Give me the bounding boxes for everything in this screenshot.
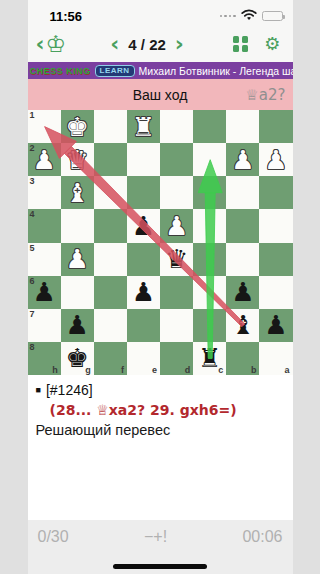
file-label-b: b — [251, 365, 257, 375]
prompt-bar: Ваш ход ♕a2? — [28, 79, 293, 110]
learn-badge: LEARN — [95, 65, 135, 77]
rank-label-2: 2 — [30, 143, 35, 153]
annotation-area: ■ [#1246] (28... ♕xa2? 29. gxh6=) Решающ… — [28, 375, 293, 520]
status-icons — [220, 7, 283, 25]
status-bar: 11:56 — [28, 0, 293, 28]
square-h8[interactable]: 8h — [28, 342, 61, 375]
timer: 00:06 — [242, 528, 282, 546]
clock: 11:56 — [50, 9, 83, 24]
board-area: 1♚♜♟2♛♟♟3♝4♟♟5♟♛♟6♟♟7♟♝♟8h♚gfed♜cba — [28, 110, 293, 375]
square-c8[interactable]: ♜c — [193, 342, 226, 375]
nav-bar: ‹ ♔ ‹ 4 / 22 › ⚙ — [28, 28, 293, 62]
chess-board: 1♚♜♟2♛♟♟3♝4♟♟5♟♛♟6♟♟7♟♝♟8h♚gfed♜cba — [28, 110, 293, 375]
bullet-icon: ■ — [36, 385, 41, 395]
piece-black-p-h6: ♟ — [32, 279, 55, 305]
rank-label-6: 6 — [30, 276, 35, 286]
chess-king-logo-icon: ♔ — [46, 33, 67, 56]
square-b7[interactable]: ♝ — [226, 309, 259, 342]
piece-black-p-g7: ♟ — [66, 312, 89, 338]
back-chevron-icon: ‹ — [36, 33, 45, 55]
square-g7[interactable]: ♟ — [61, 309, 94, 342]
square-d3[interactable] — [160, 176, 193, 209]
your-move-label: Ваш ход — [133, 87, 188, 103]
puzzle-counter: 4 / 22 — [128, 36, 166, 53]
square-d7[interactable] — [160, 309, 193, 342]
rank-label-3: 3 — [30, 176, 35, 186]
square-f1[interactable] — [94, 110, 127, 143]
square-b1[interactable] — [226, 110, 259, 143]
square-g2[interactable]: ♛ — [61, 143, 94, 176]
square-g3[interactable]: ♝ — [61, 176, 94, 209]
square-g1[interactable]: ♚ — [61, 110, 94, 143]
file-label-h: h — [52, 365, 58, 375]
square-b8[interactable]: b — [226, 342, 259, 375]
square-b6[interactable]: ♟ — [226, 276, 259, 309]
square-e4[interactable]: ♟ — [127, 209, 160, 242]
square-b3[interactable] — [226, 176, 259, 209]
square-h1[interactable]: 1 — [28, 110, 61, 143]
back-button[interactable]: ‹ ♔ — [36, 33, 67, 56]
file-label-c: c — [218, 365, 223, 375]
rank-label-5: 5 — [30, 243, 35, 253]
piece-black-q-d5: ♛ — [165, 246, 188, 272]
file-label-a: a — [284, 365, 289, 375]
wrong-move-hint: ♕a2? — [245, 86, 285, 104]
puzzle-id: [#1246] — [46, 382, 93, 398]
rank-label-4: 4 — [30, 209, 35, 219]
square-f2[interactable] — [94, 143, 127, 176]
piece-white-q-g2: ♛ — [66, 147, 89, 173]
square-e5[interactable] — [127, 243, 160, 276]
square-h7[interactable]: 7 — [28, 309, 61, 342]
piece-black-p-e6: ♟ — [132, 279, 155, 305]
variation-line: (28... ♕xa2? 29. gxh6=) — [50, 402, 285, 418]
file-label-e: e — [152, 365, 157, 375]
square-a1[interactable] — [259, 110, 292, 143]
square-c7[interactable] — [193, 309, 226, 342]
square-c2[interactable] — [193, 143, 226, 176]
nav-right-buttons: ⚙ — [233, 35, 281, 53]
square-e8[interactable]: e — [127, 342, 160, 375]
square-h2[interactable]: ♟2 — [28, 143, 61, 176]
piece-white-p-h2: ♟ — [32, 147, 55, 173]
square-d4[interactable]: ♟ — [160, 209, 193, 242]
square-g6[interactable] — [61, 276, 94, 309]
square-g5[interactable]: ♟ — [61, 243, 94, 276]
piece-black-p-a7: ♟ — [264, 312, 287, 338]
square-d8[interactable]: d — [160, 342, 193, 375]
square-c5[interactable] — [193, 243, 226, 276]
square-a3[interactable] — [259, 176, 292, 209]
piece-white-p-b2: ♟ — [231, 147, 254, 173]
rank-label-8: 8 — [30, 342, 35, 352]
square-h5[interactable]: 5 — [28, 243, 61, 276]
piece-white-k-g1: ♚ — [66, 114, 89, 140]
piece-white-r-e1: ♜ — [132, 114, 155, 140]
square-h4[interactable]: 4 — [28, 209, 61, 242]
square-e1[interactable]: ♜ — [127, 110, 160, 143]
battery-icon — [262, 11, 283, 21]
piece-black-p-b6: ♟ — [231, 279, 254, 305]
piece-white-b-g3: ♝ — [66, 180, 89, 206]
piece-white-p-g5: ♟ — [66, 246, 89, 272]
square-c1[interactable] — [193, 110, 226, 143]
square-d5[interactable]: ♛ — [160, 243, 193, 276]
settings-gear-button[interactable]: ⚙ — [264, 35, 280, 53]
square-g4[interactable] — [61, 209, 94, 242]
previous-puzzle-button[interactable]: ‹ — [110, 33, 119, 55]
next-puzzle-button[interactable]: › — [175, 33, 184, 55]
square-f6[interactable] — [94, 276, 127, 309]
square-g8[interactable]: ♚g — [61, 342, 94, 375]
square-f7[interactable] — [94, 309, 127, 342]
square-c3[interactable] — [193, 176, 226, 209]
piece-black-p-e4: ♟ — [132, 213, 155, 239]
square-f4[interactable] — [94, 209, 127, 242]
square-f3[interactable] — [94, 176, 127, 209]
file-label-g: g — [85, 365, 91, 375]
square-a7[interactable]: ♟ — [259, 309, 292, 342]
square-h3[interactable]: 3 — [28, 176, 61, 209]
square-f8[interactable]: f — [94, 342, 127, 375]
square-b4[interactable] — [226, 209, 259, 242]
file-label-d: d — [185, 365, 191, 375]
square-d2[interactable] — [160, 143, 193, 176]
square-f5[interactable] — [94, 243, 127, 276]
square-a2[interactable]: ♟ — [259, 143, 292, 176]
square-e2[interactable] — [127, 143, 160, 176]
promo-banner[interactable]: CHESS KING LEARN Михаил Ботвинник - Леге… — [28, 62, 293, 79]
bottom-bar: 0/30 −+! 00:06 — [28, 520, 293, 574]
square-a6[interactable] — [259, 276, 292, 309]
square-d6[interactable] — [160, 276, 193, 309]
assessment-text: Решающий перевес — [36, 422, 285, 438]
square-e7[interactable] — [127, 309, 160, 342]
rank-label-1: 1 — [30, 110, 35, 120]
evaluation-label: −+! — [144, 528, 167, 546]
file-label-f: f — [121, 365, 124, 375]
square-c4[interactable] — [193, 209, 226, 242]
puzzle-pager: ‹ 4 / 22 › — [110, 33, 184, 55]
app-window: 11:56 ‹ ♔ ‹ 4 / 22 › ⚙ — [28, 0, 293, 574]
square-e6[interactable]: ♟ — [127, 276, 160, 309]
piece-white-p-d4: ♟ — [165, 213, 188, 239]
home-indicator — [113, 564, 207, 569]
cellular-signal-icon — [220, 15, 236, 18]
puzzle-id-line: ■ [#1246] — [36, 382, 285, 398]
square-c6[interactable] — [193, 276, 226, 309]
wifi-icon — [241, 7, 257, 25]
piece-black-b-b7: ♝ — [231, 312, 254, 338]
square-d1[interactable] — [160, 110, 193, 143]
square-a5[interactable] — [259, 243, 292, 276]
square-b5[interactable] — [226, 243, 259, 276]
square-h6[interactable]: ♟6 — [28, 276, 61, 309]
score-counter: 0/30 — [38, 528, 69, 546]
puzzle-list-button[interactable] — [233, 36, 249, 52]
rank-label-7: 7 — [30, 309, 35, 319]
square-b2[interactable]: ♟ — [226, 143, 259, 176]
square-a4[interactable] — [259, 209, 292, 242]
square-e3[interactable] — [127, 176, 160, 209]
course-title: Михаил Ботвинник - Легенда шахмат — [139, 65, 293, 77]
piece-white-p-a2: ♟ — [264, 147, 287, 173]
chess-king-brand: CHESS KING — [30, 66, 91, 76]
square-a8[interactable]: a — [259, 342, 292, 375]
